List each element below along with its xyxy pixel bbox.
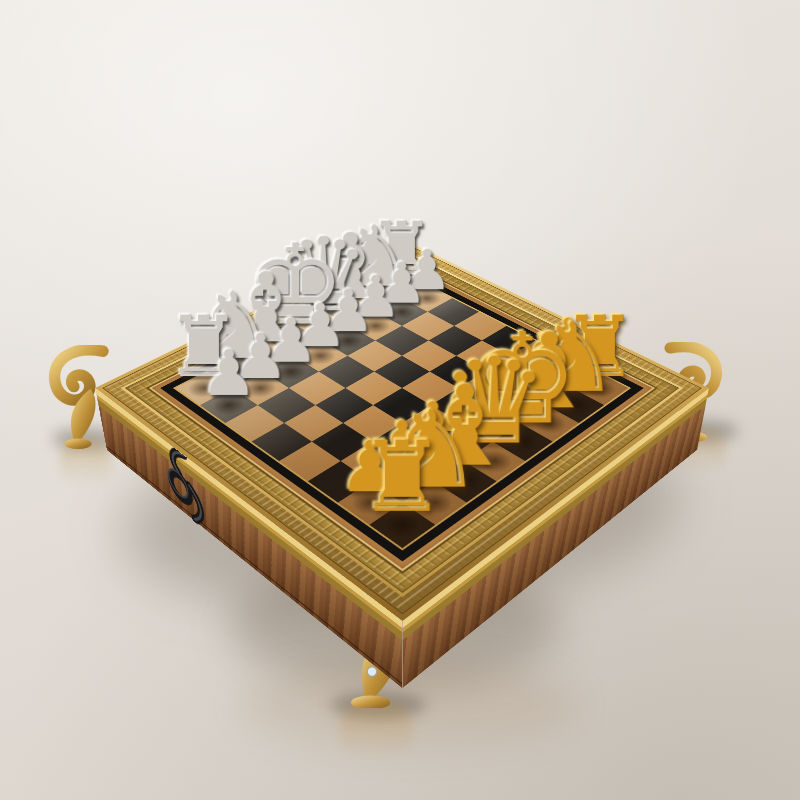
- product-photo-scene: ♜♞♝♚♛♝♞♜♟♟♟♟♟♟♟♟♟♟♟♟♟♟♟♟♜♞♝♛♚♝♞♜: [0, 0, 800, 800]
- camera-perspective: ♜♞♝♚♛♝♞♜♟♟♟♟♟♟♟♟♟♟♟♟♟♟♟♟♜♞♝♛♚♝♞♜: [0, 0, 800, 800]
- chess-box-3d: ♜♞♝♚♛♝♞♜♟♟♟♟♟♟♟♟♟♟♟♟♟♟♟♟♜♞♝♛♚♝♞♜: [95, 239, 709, 622]
- piece-gold-rook-a1[interactable]: ♜: [350, 427, 455, 525]
- piece-silver-pawn-a7[interactable]: ♟: [183, 342, 275, 405]
- pawn-glyph: ♟: [200, 343, 257, 405]
- rook-glyph: ♜: [358, 429, 446, 525]
